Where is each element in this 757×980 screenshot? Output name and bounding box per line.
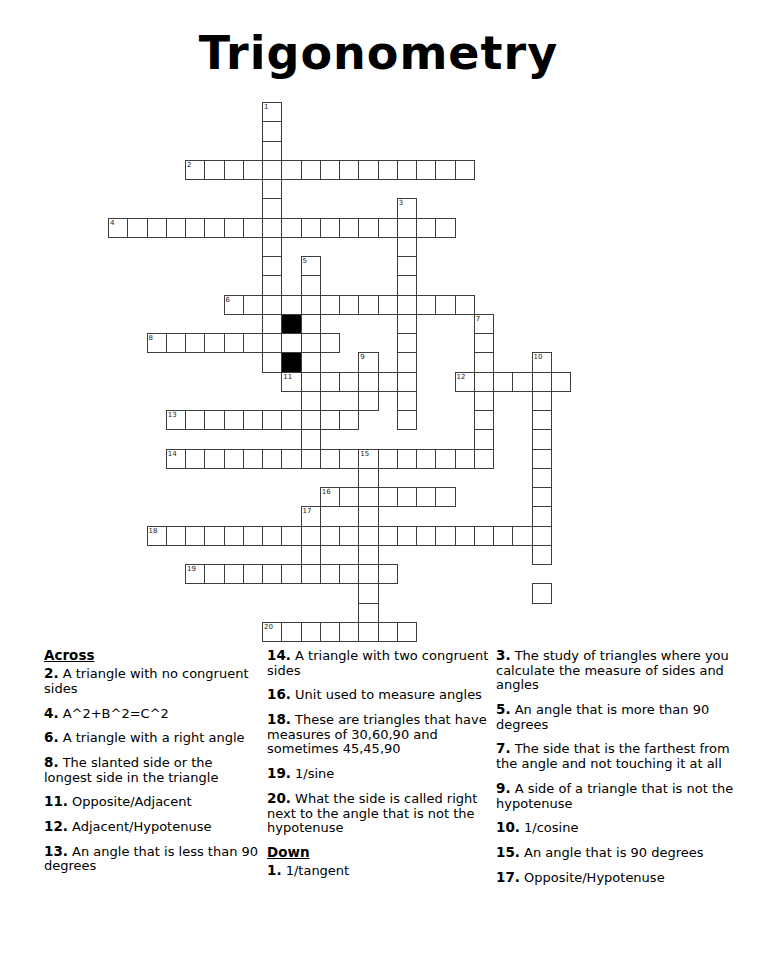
- grid-cell[interactable]: 9: [358, 352, 378, 372]
- grid-cell[interactable]: [532, 449, 552, 469]
- grid-cell[interactable]: [243, 295, 263, 315]
- grid-cell[interactable]: [532, 487, 552, 507]
- grid-cell[interactable]: [339, 410, 359, 430]
- grid-cell[interactable]: [320, 449, 340, 469]
- grid-cell[interactable]: [397, 160, 417, 180]
- grid-cell[interactable]: [378, 218, 398, 238]
- grid-cell[interactable]: [262, 526, 282, 546]
- grid-cell[interactable]: 2: [185, 160, 205, 180]
- grid-cell[interactable]: [262, 352, 282, 372]
- grid-cell[interactable]: [262, 449, 282, 469]
- grid-cell[interactable]: [262, 160, 282, 180]
- clue-number: 1: [264, 103, 268, 111]
- clue-item-down-9: 9. A side of a triangle that is not the …: [496, 781, 750, 811]
- clue-item-number: 9.: [496, 780, 511, 796]
- grid-cell[interactable]: [320, 526, 340, 546]
- grid-cell[interactable]: 20: [262, 622, 282, 642]
- clue-item-across-14: 14. A triangle with two congruent sides: [267, 648, 492, 678]
- grid-cell[interactable]: [378, 622, 398, 642]
- clue-item-number: 4.: [44, 705, 59, 721]
- grid-cell[interactable]: [551, 372, 571, 392]
- clue-item-number: 14.: [267, 647, 291, 663]
- grid-cell[interactable]: [243, 410, 263, 430]
- grid-cell[interactable]: 18: [147, 526, 167, 546]
- clue-item-down-15: 15. An angle that is 90 degrees: [496, 845, 750, 861]
- grid-cell[interactable]: [339, 295, 359, 315]
- grid-cell[interactable]: [224, 564, 244, 584]
- grid-cell[interactable]: [281, 218, 301, 238]
- grid-cell[interactable]: [262, 121, 282, 141]
- clue-item-down-3: 3. The study of triangles where you calc…: [496, 648, 750, 693]
- grid-cell[interactable]: [262, 198, 282, 218]
- grid-cell[interactable]: [512, 372, 532, 392]
- grid-cell[interactable]: [185, 449, 205, 469]
- grid-cell[interactable]: [397, 622, 417, 642]
- clue-number: 11: [283, 373, 292, 381]
- clue-item-across-13: 13. An angle that is less than 90 degree…: [44, 844, 263, 874]
- grid-cell[interactable]: [397, 218, 417, 238]
- grid-cell[interactable]: [320, 333, 340, 353]
- clue-item-across-2: 2. A triangle with no congruent sides: [44, 666, 263, 696]
- grid-cell[interactable]: [358, 295, 378, 315]
- grid-cell[interactable]: [397, 526, 417, 546]
- grid-cell[interactable]: 6: [224, 295, 244, 315]
- grid-cell[interactable]: [358, 391, 378, 411]
- grid-cell[interactable]: [204, 526, 224, 546]
- grid-cell[interactable]: 5: [301, 256, 321, 276]
- grid-cell[interactable]: [358, 218, 378, 238]
- grid-cell[interactable]: [416, 449, 436, 469]
- clue-item-number: 1.: [267, 862, 282, 878]
- grid-cell[interactable]: [281, 449, 301, 469]
- clue-item-number: 18.: [267, 711, 291, 727]
- grid-cell[interactable]: [358, 545, 378, 565]
- grid-cell[interactable]: [532, 506, 552, 526]
- grid-cell[interactable]: [262, 333, 282, 353]
- grid-cell[interactable]: [455, 526, 475, 546]
- grid-cell[interactable]: [281, 410, 301, 430]
- grid-cell[interactable]: [532, 583, 552, 603]
- grid-cell[interactable]: [397, 237, 417, 257]
- clue-number: 19: [187, 565, 196, 573]
- grid-cell[interactable]: [474, 372, 494, 392]
- grid-cell[interactable]: [301, 622, 321, 642]
- clue-item-number: 6.: [44, 729, 59, 745]
- grid-cell[interactable]: [204, 410, 224, 430]
- grid-cell[interactable]: [127, 218, 147, 238]
- puzzle-title: Trigonometry: [0, 26, 757, 80]
- grid-cell[interactable]: [301, 333, 321, 353]
- crossword-grid: 1234567891011121314151617181920: [108, 102, 572, 643]
- grid-cell[interactable]: [301, 352, 321, 372]
- clue-item-number: 19.: [267, 765, 291, 781]
- grid-cell[interactable]: [339, 218, 359, 238]
- grid-cell[interactable]: [435, 160, 455, 180]
- grid-cell[interactable]: [358, 487, 378, 507]
- grid-cell[interactable]: [358, 506, 378, 526]
- grid-cell[interactable]: [397, 410, 417, 430]
- grid-cell[interactable]: [474, 526, 494, 546]
- grid-cell[interactable]: [416, 160, 436, 180]
- grid-cell[interactable]: [320, 410, 340, 430]
- clue-item-number: 12.: [44, 818, 68, 834]
- clue-number: 18: [149, 527, 158, 535]
- grid-cell[interactable]: [339, 449, 359, 469]
- clue-number: 17: [303, 507, 312, 515]
- grid-cell[interactable]: [493, 372, 513, 392]
- grid-cell[interactable]: [301, 545, 321, 565]
- grid-cell[interactable]: [339, 372, 359, 392]
- grid-cell[interactable]: [281, 564, 301, 584]
- clue-item-across-16: 16. Unit used to measure angles: [267, 687, 492, 703]
- crossword-worksheet: Trigonometry 123456789101112131415161718…: [0, 0, 757, 980]
- grid-cell[interactable]: [435, 487, 455, 507]
- clue-column-right: 3. The study of triangles where you calc…: [496, 648, 750, 894]
- grid-cell[interactable]: [358, 372, 378, 392]
- grid-cell[interactable]: [474, 352, 494, 372]
- grid-cell[interactable]: [378, 372, 398, 392]
- grid-cell[interactable]: [243, 333, 263, 353]
- grid-cell[interactable]: [204, 160, 224, 180]
- grid-cell[interactable]: [301, 526, 321, 546]
- grid-cell[interactable]: 14: [166, 449, 186, 469]
- grid-cell[interactable]: [166, 526, 186, 546]
- grid-cell[interactable]: [416, 487, 436, 507]
- grid-cell[interactable]: [262, 410, 282, 430]
- grid-cell[interactable]: [397, 256, 417, 276]
- clue-item-number: 11.: [44, 793, 68, 809]
- grid-cell[interactable]: [435, 449, 455, 469]
- blocked-cell: [281, 352, 301, 372]
- clue-item-number: 2.: [44, 665, 59, 681]
- grid-cell[interactable]: [339, 526, 359, 546]
- clue-item-number: 8.: [44, 754, 59, 770]
- clue-number: 6: [226, 296, 230, 304]
- grid-cell[interactable]: [358, 603, 378, 623]
- grid-cell[interactable]: 10: [532, 352, 552, 372]
- grid-cell[interactable]: [339, 622, 359, 642]
- grid-cell[interactable]: 17: [301, 506, 321, 526]
- grid-cell[interactable]: [185, 526, 205, 546]
- grid-cell[interactable]: [339, 487, 359, 507]
- grid-cell[interactable]: [532, 391, 552, 411]
- grid-cell[interactable]: [397, 352, 417, 372]
- grid-cell[interactable]: [301, 275, 321, 295]
- grid-cell[interactable]: [185, 410, 205, 430]
- grid-cell[interactable]: [435, 295, 455, 315]
- grid-cell[interactable]: [378, 487, 398, 507]
- grid-cell[interactable]: [474, 391, 494, 411]
- grid-cell[interactable]: [397, 487, 417, 507]
- grid-cell[interactable]: [224, 333, 244, 353]
- grid-cell[interactable]: [204, 218, 224, 238]
- grid-cell[interactable]: [397, 372, 417, 392]
- grid-cell[interactable]: [416, 526, 436, 546]
- clue-number: 10: [534, 353, 543, 361]
- grid-cell[interactable]: [320, 564, 340, 584]
- clue-item-across-4: 4. A^2+B^2=C^2: [44, 706, 263, 722]
- grid-cell[interactable]: [397, 275, 417, 295]
- blocked-cell: [281, 314, 301, 334]
- grid-cell[interactable]: [301, 449, 321, 469]
- clue-item-number: 16.: [267, 686, 291, 702]
- grid-cell[interactable]: [243, 449, 263, 469]
- clue-number: 15: [360, 450, 369, 458]
- clue-item-down-7: 7. The side that is the farthest from th…: [496, 741, 750, 771]
- grid-cell[interactable]: [262, 179, 282, 199]
- clue-item-number: 3.: [496, 647, 511, 663]
- grid-cell[interactable]: [455, 295, 475, 315]
- clue-item-across-8: 8. The slanted side or the longest side …: [44, 755, 263, 785]
- grid-cell[interactable]: [532, 468, 552, 488]
- grid-cell[interactable]: [320, 160, 340, 180]
- grid-cell[interactable]: [281, 160, 301, 180]
- grid-cell[interactable]: [455, 449, 475, 469]
- grid-cell[interactable]: [474, 449, 494, 469]
- grid-cell[interactable]: [397, 333, 417, 353]
- clue-number: 20: [264, 623, 273, 631]
- grid-cell[interactable]: [166, 218, 186, 238]
- down-header: Down: [267, 845, 492, 860]
- grid-cell[interactable]: [416, 218, 436, 238]
- clue-number: 9: [360, 353, 364, 361]
- clue-item-down-10: 10. 1/cosine: [496, 820, 750, 836]
- grid-cell[interactable]: [435, 526, 455, 546]
- clue-item-number: 17.: [496, 869, 520, 885]
- grid-cell[interactable]: [262, 256, 282, 276]
- grid-cell[interactable]: 15: [358, 449, 378, 469]
- grid-cell[interactable]: [358, 468, 378, 488]
- grid-cell[interactable]: [185, 218, 205, 238]
- grid-cell[interactable]: [301, 314, 321, 334]
- grid-cell[interactable]: [455, 160, 475, 180]
- grid-cell[interactable]: [320, 622, 340, 642]
- grid-cell[interactable]: [301, 372, 321, 392]
- grid-cell[interactable]: [262, 314, 282, 334]
- clue-item-number: 5.: [496, 701, 511, 717]
- grid-cell[interactable]: 13: [166, 410, 186, 430]
- grid-cell[interactable]: [397, 314, 417, 334]
- grid-cell[interactable]: [320, 295, 340, 315]
- grid-cell[interactable]: [358, 160, 378, 180]
- clue-item-number: 10.: [496, 819, 520, 835]
- grid-cell[interactable]: [320, 372, 340, 392]
- grid-cell[interactable]: [262, 275, 282, 295]
- grid-cell[interactable]: [378, 526, 398, 546]
- grid-cell[interactable]: [378, 564, 398, 584]
- grid-cell[interactable]: [301, 429, 321, 449]
- grid-cell[interactable]: [378, 449, 398, 469]
- clue-number: 7: [476, 315, 480, 323]
- grid-cell[interactable]: [397, 295, 417, 315]
- grid-cell[interactable]: [243, 526, 263, 546]
- grid-cell[interactable]: [532, 526, 552, 546]
- grid-cell[interactable]: 12: [455, 372, 475, 392]
- grid-cell[interactable]: [301, 295, 321, 315]
- clue-number: 5: [303, 257, 307, 265]
- grid-cell[interactable]: [358, 622, 378, 642]
- clue-number: 16: [322, 488, 331, 496]
- grid-cell[interactable]: [185, 333, 205, 353]
- clue-number: 3: [399, 199, 403, 207]
- grid-cell[interactable]: [224, 449, 244, 469]
- grid-cell[interactable]: [532, 372, 552, 392]
- clue-item-across-20: 20. What the side is called right next t…: [267, 791, 492, 836]
- clue-item-down-17: 17. Opposite/Hypotenuse: [496, 870, 750, 886]
- clue-number: 2: [187, 161, 191, 169]
- clue-number: 4: [110, 219, 114, 227]
- clue-column-left: Across2. A triangle with no congruent si…: [44, 648, 263, 883]
- grid-cell[interactable]: 16: [320, 487, 340, 507]
- grid-cell[interactable]: [301, 218, 321, 238]
- grid-cell[interactable]: [532, 410, 552, 430]
- clue-item-across-11: 11. Opposite/Adjacent: [44, 794, 263, 810]
- grid-cell[interactable]: [532, 545, 552, 565]
- grid-cell[interactable]: [397, 449, 417, 469]
- clue-number: 14: [168, 450, 177, 458]
- clue-item-number: 15.: [496, 844, 520, 860]
- grid-cell[interactable]: 3: [397, 198, 417, 218]
- clue-item-across-19: 19. 1/sine: [267, 766, 492, 782]
- grid-cell[interactable]: [532, 429, 552, 449]
- grid-cell[interactable]: [339, 160, 359, 180]
- clue-item-across-18: 18. These are triangles that have measur…: [267, 712, 492, 757]
- clue-item-down-1: 1. 1/tangent: [267, 863, 492, 879]
- grid-cell[interactable]: [224, 410, 244, 430]
- grid-cell[interactable]: [204, 564, 224, 584]
- grid-cell[interactable]: [301, 391, 321, 411]
- grid-cell[interactable]: [281, 622, 301, 642]
- clue-number: 13: [168, 411, 177, 419]
- grid-cell[interactable]: [493, 526, 513, 546]
- grid-cell[interactable]: [204, 333, 224, 353]
- grid-cell[interactable]: 1: [262, 102, 282, 122]
- grid-cell[interactable]: [281, 526, 301, 546]
- grid-cell[interactable]: [147, 218, 167, 238]
- grid-cell[interactable]: [204, 449, 224, 469]
- grid-cell[interactable]: [301, 160, 321, 180]
- grid-cell[interactable]: [281, 295, 301, 315]
- grid-cell[interactable]: [262, 295, 282, 315]
- grid-cell[interactable]: [301, 410, 321, 430]
- grid-cell[interactable]: 4: [108, 218, 128, 238]
- grid-cell[interactable]: [262, 564, 282, 584]
- grid-cell[interactable]: [358, 564, 378, 584]
- grid-cell[interactable]: [166, 333, 186, 353]
- grid-cell[interactable]: [474, 333, 494, 353]
- clue-item-across-12: 12. Adjacent/Hypotenuse: [44, 819, 263, 835]
- grid-cell[interactable]: [397, 391, 417, 411]
- grid-cell[interactable]: [435, 218, 455, 238]
- grid-cell[interactable]: 19: [185, 564, 205, 584]
- grid-cell[interactable]: [358, 526, 378, 546]
- grid-cell[interactable]: 8: [147, 333, 167, 353]
- grid-cell[interactable]: [243, 218, 263, 238]
- clue-number: 8: [149, 334, 153, 342]
- clue-item-number: 13.: [44, 843, 68, 859]
- grid-cell[interactable]: [512, 526, 532, 546]
- grid-cell[interactable]: [301, 564, 321, 584]
- grid-cell[interactable]: [224, 160, 244, 180]
- grid-cell[interactable]: [224, 526, 244, 546]
- clue-number: 12: [457, 373, 466, 381]
- clue-item-down-5: 5. An angle that is more than 90 degrees: [496, 702, 750, 732]
- grid-cell[interactable]: [224, 218, 244, 238]
- grid-cell[interactable]: [378, 160, 398, 180]
- grid-cell[interactable]: [243, 160, 263, 180]
- grid-cell[interactable]: 7: [474, 314, 494, 334]
- grid-cell[interactable]: [262, 237, 282, 257]
- grid-cell[interactable]: [474, 410, 494, 430]
- grid-cell[interactable]: [358, 583, 378, 603]
- clue-column-middle: 14. A triangle with two congruent sides1…: [267, 648, 492, 888]
- grid-cell[interactable]: [474, 429, 494, 449]
- grid-cell[interactable]: [243, 564, 263, 584]
- grid-cell[interactable]: [378, 295, 398, 315]
- clue-item-number: 20.: [267, 790, 291, 806]
- grid-cell[interactable]: [281, 333, 301, 353]
- grid-cell[interactable]: [339, 564, 359, 584]
- grid-cell[interactable]: [320, 218, 340, 238]
- grid-cell[interactable]: [262, 141, 282, 161]
- across-header: Across: [44, 648, 263, 663]
- clue-item-across-6: 6. A triangle with a right angle: [44, 730, 263, 746]
- grid-cell[interactable]: [416, 295, 436, 315]
- clue-item-number: 7.: [496, 740, 511, 756]
- grid-cell[interactable]: 11: [281, 372, 301, 392]
- grid-cell[interactable]: [262, 218, 282, 238]
